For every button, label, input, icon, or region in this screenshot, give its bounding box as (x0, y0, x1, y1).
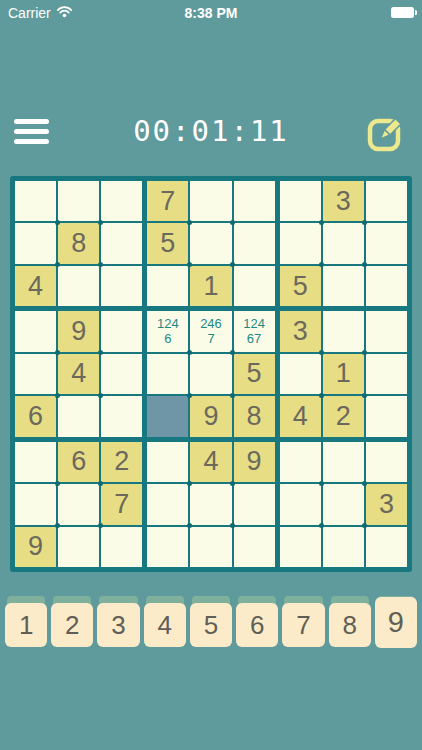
cell-r7c5[interactable]: 4 (190, 442, 231, 482)
cell-r3c5[interactable]: 1 (190, 266, 231, 306)
cell-r3c3[interactable] (101, 266, 142, 306)
box-8: 49 (147, 442, 274, 567)
cell-r5c9[interactable] (366, 354, 407, 394)
cell-r2c7[interactable] (280, 223, 321, 263)
cell-r6c6[interactable]: 8 (234, 396, 275, 436)
box-6: 3142 (280, 311, 407, 436)
cell-r5c8[interactable]: 1 (323, 354, 364, 394)
cell-r9c3[interactable] (101, 527, 142, 567)
cell-r7c2[interactable]: 6 (58, 442, 99, 482)
cell-r4c7[interactable]: 3 (280, 311, 321, 351)
cell-r5c1[interactable] (15, 354, 56, 394)
cell-r9c4[interactable] (147, 527, 188, 567)
app-screen: Carrier 8:38 PM 00:01:11 (0, 0, 422, 750)
cell-r4c6[interactable]: 124 67 (234, 311, 275, 351)
cell-r9c7[interactable] (280, 527, 321, 567)
cell-r8c3[interactable]: 7 (101, 484, 142, 524)
cell-r9c5[interactable] (190, 527, 231, 567)
cell-r5c6[interactable]: 5 (234, 354, 275, 394)
numpad-key-6[interactable]: 6 (236, 603, 278, 647)
numpad-key-wrap-4: 4 (144, 596, 186, 650)
cell-r9c1[interactable]: 9 (15, 527, 56, 567)
pencil-edit-icon (362, 106, 408, 156)
cell-r5c5[interactable] (190, 354, 231, 394)
numpad-key-1[interactable]: 1 (5, 603, 47, 647)
cell-r7c7[interactable] (280, 442, 321, 482)
game-timer: 00:01:11 (0, 114, 422, 148)
cell-r3c7[interactable]: 5 (280, 266, 321, 306)
cell-r7c4[interactable] (147, 442, 188, 482)
numpad-key-wrap-1: 1 (5, 596, 47, 650)
cell-r6c8[interactable]: 2 (323, 396, 364, 436)
cell-r3c9[interactable] (366, 266, 407, 306)
numpad-key-2[interactable]: 2 (51, 603, 93, 647)
sudoku-board: 8475135946124 6246 7124 6759831426279493 (10, 176, 412, 572)
cell-r4c4[interactable]: 124 6 (147, 311, 188, 351)
cell-r2c2[interactable]: 8 (58, 223, 99, 263)
cell-r2c3[interactable] (101, 223, 142, 263)
cell-r4c9[interactable] (366, 311, 407, 351)
cell-r3c6[interactable] (234, 266, 275, 306)
box-9: 3 (280, 442, 407, 567)
battery-icon (391, 7, 414, 18)
numpad-key-wrap-3: 3 (97, 596, 139, 650)
carrier-label: Carrier (8, 5, 51, 21)
cell-r9c9[interactable] (366, 527, 407, 567)
cell-r1c3[interactable] (101, 181, 142, 221)
cell-r8c2[interactable] (58, 484, 99, 524)
box-7: 6279 (15, 442, 142, 567)
cell-r2c6[interactable] (234, 223, 275, 263)
cell-r9c8[interactable] (323, 527, 364, 567)
cell-r9c2[interactable] (58, 527, 99, 567)
cell-r5c4[interactable] (147, 354, 188, 394)
cell-r7c3[interactable]: 2 (101, 442, 142, 482)
numpad-key-3[interactable]: 3 (97, 603, 139, 647)
cell-r3c8[interactable] (323, 266, 364, 306)
cell-r6c9[interactable] (366, 396, 407, 436)
cell-r1c5[interactable] (190, 181, 231, 221)
cell-r1c7[interactable] (280, 181, 321, 221)
cell-r3c1[interactable]: 4 (15, 266, 56, 306)
numpad-key-wrap-2: 2 (51, 596, 93, 650)
cell-r8c1[interactable] (15, 484, 56, 524)
cell-r8c5[interactable] (190, 484, 231, 524)
cell-r6c4[interactable] (147, 396, 188, 436)
numpad-key-5[interactable]: 5 (190, 603, 232, 647)
cell-r1c2[interactable] (58, 181, 99, 221)
cell-r4c1[interactable] (15, 311, 56, 351)
cell-r4c5[interactable]: 246 7 (190, 311, 231, 351)
cell-r7c9[interactable] (366, 442, 407, 482)
cell-r1c4[interactable]: 7 (147, 181, 188, 221)
numpad-key-wrap-6: 6 (236, 596, 278, 650)
wifi-icon (56, 5, 73, 21)
cell-r5c3[interactable] (101, 354, 142, 394)
box-1: 84 (15, 181, 142, 306)
cell-r4c2[interactable]: 9 (58, 311, 99, 351)
numpad-key-4[interactable]: 4 (144, 603, 186, 647)
numpad-key-wrap-9: 9 (375, 596, 417, 650)
numpad-key-7[interactable]: 7 (282, 603, 324, 647)
cell-r5c7[interactable] (280, 354, 321, 394)
numpad-key-wrap-7: 7 (282, 596, 324, 650)
cell-r2c5[interactable] (190, 223, 231, 263)
box-5: 124 6246 7124 67598 (147, 311, 274, 436)
cell-r2c1[interactable] (15, 223, 56, 263)
cell-r1c1[interactable] (15, 181, 56, 221)
cell-r4c8[interactable] (323, 311, 364, 351)
cell-r3c2[interactable] (58, 266, 99, 306)
numpad-key-wrap-5: 5 (190, 596, 232, 650)
cell-r1c8[interactable]: 3 (323, 181, 364, 221)
header: 00:01:11 (0, 102, 422, 160)
box-4: 946 (15, 311, 142, 436)
cell-r6c5[interactable]: 9 (190, 396, 231, 436)
edit-button[interactable] (362, 106, 408, 156)
cell-r4c3[interactable] (101, 311, 142, 351)
box-2: 751 (147, 181, 274, 306)
cell-r6c1[interactable]: 6 (15, 396, 56, 436)
cell-r7c6[interactable]: 9 (234, 442, 275, 482)
cell-r6c3[interactable] (101, 396, 142, 436)
cell-r1c6[interactable] (234, 181, 275, 221)
numpad-key-wrap-8: 8 (329, 596, 371, 650)
cell-r6c2[interactable] (58, 396, 99, 436)
cell-r8c7[interactable] (280, 484, 321, 524)
cell-r6c7[interactable]: 4 (280, 396, 321, 436)
cell-r2c8[interactable] (323, 223, 364, 263)
cell-r8c4[interactable] (147, 484, 188, 524)
status-bar: Carrier 8:38 PM (0, 0, 422, 25)
cell-r2c4[interactable]: 5 (147, 223, 188, 263)
cell-r5c2[interactable]: 4 (58, 354, 99, 394)
menu-button[interactable] (14, 114, 49, 149)
cell-r7c8[interactable] (323, 442, 364, 482)
cell-r8c6[interactable] (234, 484, 275, 524)
cell-r3c4[interactable] (147, 266, 188, 306)
cell-r2c9[interactable] (366, 223, 407, 263)
numpad-key-9[interactable]: 9 (375, 597, 417, 648)
cell-r1c9[interactable] (366, 181, 407, 221)
cell-r7c1[interactable] (15, 442, 56, 482)
cell-r8c9[interactable]: 3 (366, 484, 407, 524)
hamburger-icon (14, 119, 49, 124)
cell-r9c6[interactable] (234, 527, 275, 567)
cell-r8c8[interactable] (323, 484, 364, 524)
box-3: 35 (280, 181, 407, 306)
number-pad: 123456789 (5, 596, 417, 650)
numpad-key-8[interactable]: 8 (329, 603, 371, 647)
